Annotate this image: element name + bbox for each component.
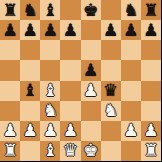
white-pawn-piece[interactable]: ♟ (63, 122, 78, 139)
square-h4[interactable] (141, 81, 161, 101)
chessboard-stage: ♜♞♝♚♞♜♟♟♟♟♟♟♟♟♝♝♟♛♞♞♟♟♟♟♟♟♜♝♛♚♜ (0, 0, 162, 162)
square-g1[interactable] (121, 141, 141, 161)
black-bishop-piece[interactable]: ♝ (23, 82, 38, 99)
square-h3[interactable] (141, 101, 161, 121)
black-knight-piece[interactable]: ♞ (123, 1, 138, 18)
black-pawn-piece[interactable]: ♟ (143, 21, 158, 38)
square-d4[interactable] (60, 81, 80, 101)
square-g7[interactable]: ♟ (121, 20, 141, 40)
square-f6[interactable] (101, 40, 121, 60)
square-g3[interactable] (121, 101, 141, 121)
square-e4[interactable]: ♟ (81, 81, 101, 101)
black-pawn-piece[interactable]: ♟ (123, 21, 138, 38)
white-pawn-piece[interactable]: ♟ (2, 122, 17, 139)
white-bishop-piece[interactable]: ♝ (43, 142, 58, 159)
black-rook-piece[interactable]: ♜ (2, 1, 17, 18)
square-h8[interactable]: ♜ (141, 0, 161, 20)
white-pawn-piece[interactable]: ♟ (43, 122, 58, 139)
square-d6[interactable] (60, 40, 80, 60)
white-knight-piece[interactable]: ♞ (103, 102, 118, 119)
square-e6[interactable] (81, 40, 101, 60)
square-d2[interactable]: ♟ (60, 121, 80, 141)
square-a4[interactable] (0, 81, 20, 101)
white-pawn-piece[interactable]: ♟ (83, 82, 98, 99)
square-a2[interactable]: ♟ (0, 121, 20, 141)
square-b3[interactable] (20, 101, 40, 121)
square-c6[interactable] (40, 40, 60, 60)
square-c1[interactable]: ♝ (40, 141, 60, 161)
square-a3[interactable] (0, 101, 20, 121)
square-b8[interactable]: ♞ (20, 0, 40, 20)
square-g2[interactable]: ♟ (121, 121, 141, 141)
square-b2[interactable]: ♟ (20, 121, 40, 141)
square-e5[interactable]: ♟ (81, 60, 101, 80)
white-rook-piece[interactable]: ♜ (143, 142, 158, 159)
black-king-piece[interactable]: ♚ (83, 1, 98, 18)
black-bishop-piece[interactable]: ♝ (43, 1, 58, 18)
square-c4[interactable]: ♝ (40, 81, 60, 101)
square-h6[interactable] (141, 40, 161, 60)
black-pawn-piece[interactable]: ♟ (2, 21, 17, 38)
square-e8[interactable]: ♚ (81, 0, 101, 20)
chessboard: ♜♞♝♚♞♜♟♟♟♟♟♟♟♟♝♝♟♛♞♞♟♟♟♟♟♟♜♝♛♚♜ (0, 0, 161, 161)
square-f1[interactable] (101, 141, 121, 161)
square-h5[interactable] (141, 60, 161, 80)
square-a6[interactable] (0, 40, 20, 60)
black-knight-piece[interactable]: ♞ (23, 1, 38, 18)
square-e7[interactable] (81, 20, 101, 40)
square-g8[interactable]: ♞ (121, 0, 141, 20)
square-e2[interactable] (81, 121, 101, 141)
square-b1[interactable] (20, 141, 40, 161)
square-f8[interactable] (101, 0, 121, 20)
white-pawn-piece[interactable]: ♟ (123, 122, 138, 139)
square-a8[interactable]: ♜ (0, 0, 20, 20)
square-c8[interactable]: ♝ (40, 0, 60, 20)
square-b6[interactable] (20, 40, 40, 60)
square-g6[interactable] (121, 40, 141, 60)
square-h1[interactable]: ♜ (141, 141, 161, 161)
black-pawn-piece[interactable]: ♟ (63, 21, 78, 38)
white-bishop-piece[interactable]: ♝ (43, 82, 58, 99)
square-d7[interactable]: ♟ (60, 20, 80, 40)
square-h2[interactable]: ♟ (141, 121, 161, 141)
square-b4[interactable]: ♝ (20, 81, 40, 101)
square-e1[interactable]: ♚ (81, 141, 101, 161)
white-queen-piece[interactable]: ♛ (63, 142, 78, 159)
square-c7[interactable]: ♟ (40, 20, 60, 40)
white-knight-piece[interactable]: ♞ (43, 102, 58, 119)
black-rook-piece[interactable]: ♜ (143, 1, 158, 18)
square-h7[interactable]: ♟ (141, 20, 161, 40)
square-f3[interactable]: ♞ (101, 101, 121, 121)
square-g4[interactable] (121, 81, 141, 101)
black-pawn-piece[interactable]: ♟ (23, 21, 38, 38)
white-king-piece[interactable]: ♚ (83, 142, 98, 159)
square-a5[interactable] (0, 60, 20, 80)
square-e3[interactable] (81, 101, 101, 121)
black-pawn-piece[interactable]: ♟ (83, 61, 98, 78)
square-f7[interactable]: ♟ (101, 20, 121, 40)
square-c2[interactable]: ♟ (40, 121, 60, 141)
square-a7[interactable]: ♟ (0, 20, 20, 40)
square-a1[interactable]: ♜ (0, 141, 20, 161)
square-g5[interactable] (121, 60, 141, 80)
square-c3[interactable]: ♞ (40, 101, 60, 121)
square-c5[interactable] (40, 60, 60, 80)
square-f4[interactable]: ♛ (101, 81, 121, 101)
white-pawn-piece[interactable]: ♟ (143, 122, 158, 139)
square-f2[interactable] (101, 121, 121, 141)
black-pawn-piece[interactable]: ♟ (103, 21, 118, 38)
square-d1[interactable]: ♛ (60, 141, 80, 161)
black-queen-piece[interactable]: ♛ (103, 82, 118, 99)
white-pawn-piece[interactable]: ♟ (23, 122, 38, 139)
square-d8[interactable] (60, 0, 80, 20)
square-d5[interactable] (60, 60, 80, 80)
square-b5[interactable] (20, 60, 40, 80)
black-pawn-piece[interactable]: ♟ (43, 21, 58, 38)
square-d3[interactable] (60, 101, 80, 121)
square-f5[interactable] (101, 60, 121, 80)
square-b7[interactable]: ♟ (20, 20, 40, 40)
white-rook-piece[interactable]: ♜ (2, 142, 17, 159)
